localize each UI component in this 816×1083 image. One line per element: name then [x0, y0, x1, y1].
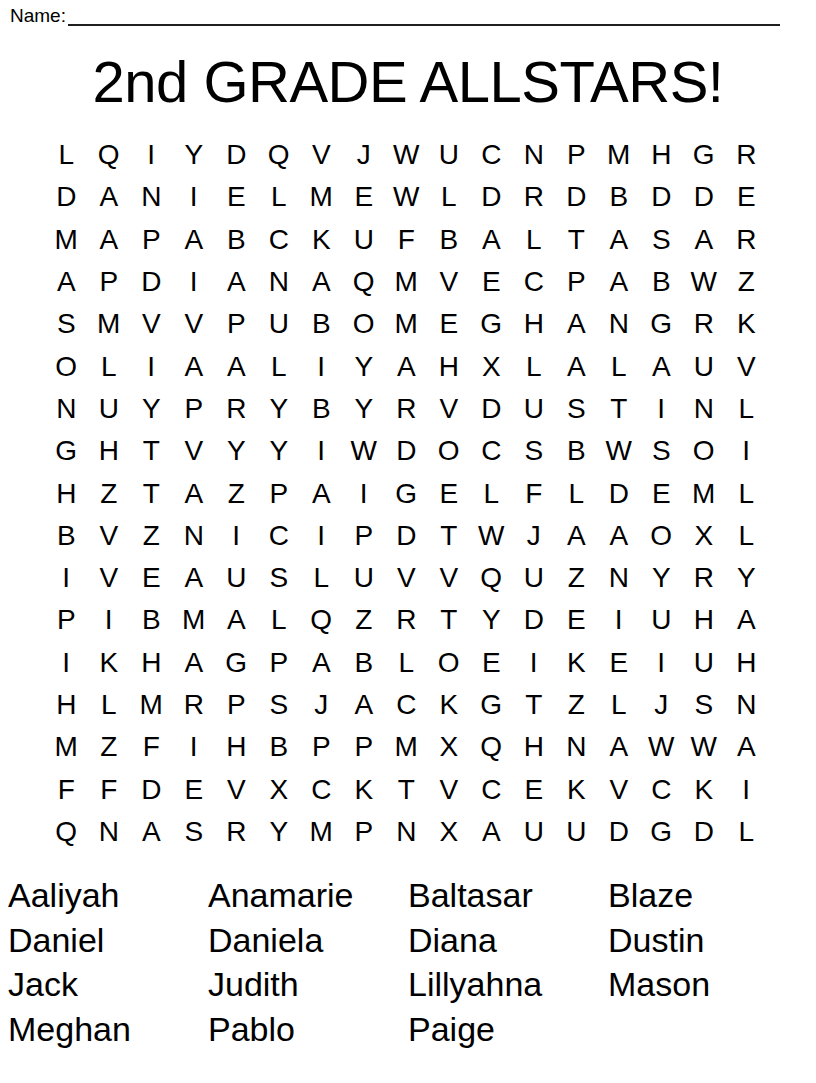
grid-cell-r4c13[interactable]: P: [555, 261, 598, 303]
grid-cell-r2c5[interactable]: E: [215, 176, 258, 218]
grid-cell-r14c12[interactable]: T: [513, 684, 556, 726]
grid-cell-r2c8[interactable]: E: [343, 176, 386, 218]
grid-cell-r1c12[interactable]: N: [513, 134, 556, 176]
grid-cell-r3c12[interactable]: L: [513, 219, 556, 261]
grid-cell-r15c11[interactable]: Q: [470, 726, 513, 768]
grid-cell-r10c17[interactable]: L: [725, 515, 768, 557]
grid-cell-r17c1[interactable]: Q: [45, 811, 88, 853]
grid-cell-r17c9[interactable]: N: [385, 811, 428, 853]
grid-cell-r11c13[interactable]: Z: [555, 557, 598, 599]
grid-cell-r10c16[interactable]: X: [683, 515, 726, 557]
grid-cell-r8c15[interactable]: S: [640, 430, 683, 472]
grid-cell-r11c9[interactable]: V: [385, 557, 428, 599]
grid-cell-r5c12[interactable]: H: [513, 303, 556, 345]
grid-cell-r10c9[interactable]: D: [385, 515, 428, 557]
grid-cell-r4c11[interactable]: E: [470, 261, 513, 303]
grid-cell-r2c2[interactable]: A: [88, 176, 131, 218]
grid-cell-r12c17[interactable]: A: [725, 599, 768, 641]
grid-cell-r16c16[interactable]: K: [683, 768, 726, 810]
grid-cell-r14c14[interactable]: L: [598, 684, 641, 726]
grid-cell-r14c13[interactable]: Z: [555, 684, 598, 726]
grid-cell-r13c4[interactable]: A: [173, 642, 216, 684]
grid-cell-r11c11[interactable]: Q: [470, 557, 513, 599]
grid-cell-r6c17[interactable]: V: [725, 345, 768, 387]
grid-cell-r8c6[interactable]: Y: [258, 430, 301, 472]
grid-cell-r14c6[interactable]: S: [258, 684, 301, 726]
grid-cell-r11c15[interactable]: Y: [640, 557, 683, 599]
grid-cell-r2c10[interactable]: L: [428, 176, 471, 218]
word-list-column-3: BaltasarDianaLillyahnaPaige: [408, 873, 542, 1051]
grid-cell-r8c11[interactable]: C: [470, 430, 513, 472]
grid-cell-r2c1[interactable]: D: [45, 176, 88, 218]
grid-cell-r16c2[interactable]: F: [88, 768, 131, 810]
grid-cell-r8c4[interactable]: V: [173, 430, 216, 472]
grid-cell-r11c17[interactable]: Y: [725, 557, 768, 599]
grid-cell-r17c10[interactable]: X: [428, 811, 471, 853]
grid-cell-r6c3[interactable]: I: [130, 345, 173, 387]
word-search-grid: LQIYDQVJWUCNPMHGRDANIELMEWLDRDBDDEMAPABC…: [45, 134, 768, 853]
grid-cell-r11c4[interactable]: A: [173, 557, 216, 599]
grid-cell-r6c13[interactable]: A: [555, 345, 598, 387]
grid-cell-r1c3[interactable]: I: [130, 134, 173, 176]
grid-cell-r5c17[interactable]: K: [725, 303, 768, 345]
grid-cell-r13c15[interactable]: I: [640, 642, 683, 684]
grid-cell-r5c6[interactable]: U: [258, 303, 301, 345]
grid-cell-r15c4[interactable]: I: [173, 726, 216, 768]
grid-cell-r11c7[interactable]: L: [300, 557, 343, 599]
grid-cell-r13c2[interactable]: K: [88, 642, 131, 684]
grid-cell-r12c12[interactable]: D: [513, 599, 556, 641]
grid-cell-r17c14[interactable]: D: [598, 811, 641, 853]
grid-cell-r3c7[interactable]: K: [300, 219, 343, 261]
grid-cell-r12c9[interactable]: R: [385, 599, 428, 641]
grid-cell-r10c6[interactable]: C: [258, 515, 301, 557]
grid-cell-r8c8[interactable]: W: [343, 430, 386, 472]
grid-cell-r6c6[interactable]: L: [258, 345, 301, 387]
grid-cell-r17c6[interactable]: Y: [258, 811, 301, 853]
grid-cell-r1c6[interactable]: Q: [258, 134, 301, 176]
grid-cell-r2c15[interactable]: D: [640, 176, 683, 218]
grid-cell-r14c16[interactable]: S: [683, 684, 726, 726]
grid-cell-r9c13[interactable]: L: [555, 472, 598, 514]
grid-cell-r13c10[interactable]: O: [428, 642, 471, 684]
word-item: Paige: [408, 1007, 542, 1052]
grid-cell-r7c17[interactable]: L: [725, 388, 768, 430]
grid-cell-r8c14[interactable]: W: [598, 430, 641, 472]
grid-cell-r13c6[interactable]: P: [258, 642, 301, 684]
grid-cell-r15c15[interactable]: W: [640, 726, 683, 768]
grid-cell-r4c8[interactable]: Q: [343, 261, 386, 303]
grid-cell-r16c8[interactable]: K: [343, 768, 386, 810]
grid-cell-r1c5[interactable]: D: [215, 134, 258, 176]
grid-cell-r4c17[interactable]: Z: [725, 261, 768, 303]
grid-cell-r6c11[interactable]: X: [470, 345, 513, 387]
grid-cell-r11c3[interactable]: E: [130, 557, 173, 599]
grid-cell-r9c15[interactable]: E: [640, 472, 683, 514]
grid-cell-r8c7[interactable]: I: [300, 430, 343, 472]
grid-cell-r6c14[interactable]: L: [598, 345, 641, 387]
grid-cell-r9c1[interactable]: H: [45, 472, 88, 514]
grid-cell-r11c8[interactable]: U: [343, 557, 386, 599]
grid-cell-r10c8[interactable]: P: [343, 515, 386, 557]
grid-cell-r10c15[interactable]: O: [640, 515, 683, 557]
grid-cell-r7c6[interactable]: Y: [258, 388, 301, 430]
grid-cell-r15c9[interactable]: M: [385, 726, 428, 768]
grid-cell-r6c2[interactable]: L: [88, 345, 131, 387]
grid-cell-r16c5[interactable]: V: [215, 768, 258, 810]
grid-cell-r10c11[interactable]: W: [470, 515, 513, 557]
name-label: Name:: [10, 5, 66, 27]
grid-cell-r1c11[interactable]: C: [470, 134, 513, 176]
grid-cell-r16c13[interactable]: K: [555, 768, 598, 810]
grid-cell-r7c8[interactable]: Y: [343, 388, 386, 430]
grid-cell-r10c7[interactable]: I: [300, 515, 343, 557]
grid-cell-r7c1[interactable]: N: [45, 388, 88, 430]
grid-cell-r15c12[interactable]: H: [513, 726, 556, 768]
grid-cell-r6c16[interactable]: U: [683, 345, 726, 387]
grid-cell-r13c11[interactable]: E: [470, 642, 513, 684]
grid-cell-r8c1[interactable]: G: [45, 430, 88, 472]
grid-cell-r13c13[interactable]: K: [555, 642, 598, 684]
grid-cell-r12c11[interactable]: Y: [470, 599, 513, 641]
grid-cell-r3c1[interactable]: M: [45, 219, 88, 261]
grid-cell-r15c5[interactable]: H: [215, 726, 258, 768]
grid-cell-r2c13[interactable]: D: [555, 176, 598, 218]
grid-cell-r1c13[interactable]: P: [555, 134, 598, 176]
grid-cell-r5c15[interactable]: G: [640, 303, 683, 345]
grid-cell-r5c5[interactable]: P: [215, 303, 258, 345]
grid-cell-r7c12[interactable]: U: [513, 388, 556, 430]
grid-cell-r14c8[interactable]: A: [343, 684, 386, 726]
grid-cell-r12c7[interactable]: Q: [300, 599, 343, 641]
grid-cell-r15c2[interactable]: Z: [88, 726, 131, 768]
grid-cell-r7c11[interactable]: D: [470, 388, 513, 430]
word-item: Diana: [408, 918, 542, 963]
grid-cell-r16c14[interactable]: V: [598, 768, 641, 810]
grid-cell-r7c9[interactable]: R: [385, 388, 428, 430]
grid-cell-r10c3[interactable]: Z: [130, 515, 173, 557]
grid-cell-r12c16[interactable]: H: [683, 599, 726, 641]
grid-cell-r1c8[interactable]: J: [343, 134, 386, 176]
grid-cell-r11c5[interactable]: U: [215, 557, 258, 599]
grid-cell-r1c16[interactable]: G: [683, 134, 726, 176]
grid-cell-r3c2[interactable]: A: [88, 219, 131, 261]
grid-cell-r14c3[interactable]: M: [130, 684, 173, 726]
grid-cell-r6c9[interactable]: A: [385, 345, 428, 387]
grid-cell-r3c15[interactable]: S: [640, 219, 683, 261]
grid-cell-r2c3[interactable]: N: [130, 176, 173, 218]
grid-cell-r15c10[interactable]: X: [428, 726, 471, 768]
grid-cell-r9c7[interactable]: A: [300, 472, 343, 514]
grid-cell-r12c4[interactable]: M: [173, 599, 216, 641]
grid-cell-r2c12[interactable]: R: [513, 176, 556, 218]
grid-cell-r7c4[interactable]: P: [173, 388, 216, 430]
grid-cell-r17c15[interactable]: G: [640, 811, 683, 853]
grid-cell-r16c12[interactable]: E: [513, 768, 556, 810]
word-item: Blaze: [608, 873, 710, 918]
grid-cell-r6c4[interactable]: A: [173, 345, 216, 387]
grid-cell-r9c10[interactable]: E: [428, 472, 471, 514]
grid-cell-r15c3[interactable]: F: [130, 726, 173, 768]
grid-cell-r2c17[interactable]: E: [725, 176, 768, 218]
grid-cell-r17c5[interactable]: R: [215, 811, 258, 853]
grid-cell-r13c3[interactable]: H: [130, 642, 173, 684]
grid-cell-r1c15[interactable]: H: [640, 134, 683, 176]
grid-cell-r4c6[interactable]: N: [258, 261, 301, 303]
grid-cell-r3c13[interactable]: T: [555, 219, 598, 261]
grid-cell-r12c5[interactable]: A: [215, 599, 258, 641]
grid-cell-r1c9[interactable]: W: [385, 134, 428, 176]
puzzle-title: 2nd GRADE ALLSTARS!: [0, 48, 816, 115]
grid-cell-r11c16[interactable]: R: [683, 557, 726, 599]
grid-cell-r17c13[interactable]: U: [555, 811, 598, 853]
word-item: Dustin: [608, 918, 710, 963]
grid-cell-r10c4[interactable]: N: [173, 515, 216, 557]
grid-cell-r7c7[interactable]: B: [300, 388, 343, 430]
grid-cell-r11c14[interactable]: N: [598, 557, 641, 599]
grid-cell-r14c17[interactable]: N: [725, 684, 768, 726]
grid-cell-r14c10[interactable]: K: [428, 684, 471, 726]
grid-cell-r17c11[interactable]: A: [470, 811, 513, 853]
grid-cell-r12c3[interactable]: B: [130, 599, 173, 641]
grid-cell-r8c3[interactable]: T: [130, 430, 173, 472]
grid-cell-r17c7[interactable]: M: [300, 811, 343, 853]
grid-cell-r2c9[interactable]: W: [385, 176, 428, 218]
grid-cell-r5c7[interactable]: B: [300, 303, 343, 345]
grid-cell-r1c7[interactable]: V: [300, 134, 343, 176]
grid-cell-r16c11[interactable]: C: [470, 768, 513, 810]
grid-cell-r5c8[interactable]: O: [343, 303, 386, 345]
grid-cell-r12c15[interactable]: U: [640, 599, 683, 641]
grid-cell-r11c6[interactable]: S: [258, 557, 301, 599]
grid-cell-r6c10[interactable]: H: [428, 345, 471, 387]
grid-cell-r12c13[interactable]: E: [555, 599, 598, 641]
grid-cell-r17c16[interactable]: D: [683, 811, 726, 853]
grid-cell-r16c1[interactable]: F: [45, 768, 88, 810]
grid-cell-r5c2[interactable]: M: [88, 303, 131, 345]
grid-cell-r4c15[interactable]: B: [640, 261, 683, 303]
grid-cell-r17c3[interactable]: A: [130, 811, 173, 853]
grid-cell-r9c8[interactable]: I: [343, 472, 386, 514]
grid-cell-r3c16[interactable]: A: [683, 219, 726, 261]
grid-cell-r2c16[interactable]: D: [683, 176, 726, 218]
grid-cell-r13c17[interactable]: H: [725, 642, 768, 684]
grid-cell-r17c17[interactable]: L: [725, 811, 768, 853]
grid-cell-r15c17[interactable]: A: [725, 726, 768, 768]
grid-cell-r3c17[interactable]: R: [725, 219, 768, 261]
grid-cell-r17c8[interactable]: P: [343, 811, 386, 853]
grid-cell-r3c8[interactable]: U: [343, 219, 386, 261]
grid-cell-r7c2[interactable]: U: [88, 388, 131, 430]
grid-cell-r17c4[interactable]: S: [173, 811, 216, 853]
grid-cell-r13c8[interactable]: B: [343, 642, 386, 684]
grid-cell-r14c2[interactable]: L: [88, 684, 131, 726]
grid-cell-r16c7[interactable]: C: [300, 768, 343, 810]
grid-cell-r4c7[interactable]: A: [300, 261, 343, 303]
grid-cell-r3c5[interactable]: B: [215, 219, 258, 261]
grid-cell-r10c2[interactable]: V: [88, 515, 131, 557]
grid-cell-r4c9[interactable]: M: [385, 261, 428, 303]
grid-cell-r5c1[interactable]: S: [45, 303, 88, 345]
grid-cell-r4c14[interactable]: A: [598, 261, 641, 303]
name-input-line[interactable]: [68, 0, 780, 26]
grid-cell-r16c9[interactable]: T: [385, 768, 428, 810]
grid-cell-r13c7[interactable]: A: [300, 642, 343, 684]
grid-cell-r9c3[interactable]: T: [130, 472, 173, 514]
grid-cell-r15c1[interactable]: M: [45, 726, 88, 768]
grid-cell-r12c2[interactable]: I: [88, 599, 131, 641]
grid-cell-r10c10[interactable]: T: [428, 515, 471, 557]
grid-cell-r9c11[interactable]: L: [470, 472, 513, 514]
grid-cell-r1c17[interactable]: R: [725, 134, 768, 176]
grid-cell-r9c9[interactable]: G: [385, 472, 428, 514]
grid-cell-r9c2[interactable]: Z: [88, 472, 131, 514]
grid-cell-r13c5[interactable]: G: [215, 642, 258, 684]
grid-cell-r4c10[interactable]: V: [428, 261, 471, 303]
grid-cell-r6c15[interactable]: A: [640, 345, 683, 387]
grid-cell-r14c5[interactable]: P: [215, 684, 258, 726]
grid-cell-r9c5[interactable]: Z: [215, 472, 258, 514]
grid-cell-r14c7[interactable]: J: [300, 684, 343, 726]
grid-cell-r5c4[interactable]: V: [173, 303, 216, 345]
grid-cell-r12c14[interactable]: I: [598, 599, 641, 641]
grid-cell-r13c12[interactable]: I: [513, 642, 556, 684]
grid-cell-r14c4[interactable]: R: [173, 684, 216, 726]
grid-cell-r2c6[interactable]: L: [258, 176, 301, 218]
grid-cell-r3c4[interactable]: A: [173, 219, 216, 261]
grid-cell-r5c16[interactable]: R: [683, 303, 726, 345]
grid-cell-r9c12[interactable]: F: [513, 472, 556, 514]
grid-cell-r1c14[interactable]: M: [598, 134, 641, 176]
grid-cell-r5c11[interactable]: G: [470, 303, 513, 345]
grid-cell-r2c14[interactable]: B: [598, 176, 641, 218]
grid-cell-r10c1[interactable]: B: [45, 515, 88, 557]
grid-cell-r12c1[interactable]: P: [45, 599, 88, 641]
grid-cell-r10c5[interactable]: I: [215, 515, 258, 557]
grid-cell-r16c3[interactable]: D: [130, 768, 173, 810]
grid-cell-r2c7[interactable]: M: [300, 176, 343, 218]
grid-cell-r3c3[interactable]: P: [130, 219, 173, 261]
grid-cell-r8c5[interactable]: Y: [215, 430, 258, 472]
grid-cell-r7c13[interactable]: S: [555, 388, 598, 430]
grid-cell-r8c9[interactable]: D: [385, 430, 428, 472]
grid-cell-r6c1[interactable]: O: [45, 345, 88, 387]
grid-cell-r1c10[interactable]: U: [428, 134, 471, 176]
grid-cell-r16c10[interactable]: V: [428, 768, 471, 810]
grid-cell-r13c1[interactable]: I: [45, 642, 88, 684]
grid-cell-r12c8[interactable]: Z: [343, 599, 386, 641]
grid-cell-r14c1[interactable]: H: [45, 684, 88, 726]
grid-cell-r16c17[interactable]: I: [725, 768, 768, 810]
grid-cell-r7c14[interactable]: T: [598, 388, 641, 430]
grid-cell-r5c13[interactable]: A: [555, 303, 598, 345]
grid-cell-r8c12[interactable]: S: [513, 430, 556, 472]
grid-cell-r9c14[interactable]: D: [598, 472, 641, 514]
grid-cell-r4c1[interactable]: A: [45, 261, 88, 303]
grid-cell-r3c6[interactable]: C: [258, 219, 301, 261]
grid-cell-r4c2[interactable]: P: [88, 261, 131, 303]
grid-cell-r7c15[interactable]: I: [640, 388, 683, 430]
grid-cell-r3c9[interactable]: F: [385, 219, 428, 261]
grid-cell-r14c9[interactable]: C: [385, 684, 428, 726]
grid-cell-r2c11[interactable]: D: [470, 176, 513, 218]
grid-cell-r12c6[interactable]: L: [258, 599, 301, 641]
grid-cell-r4c12[interactable]: C: [513, 261, 556, 303]
grid-cell-r10c14[interactable]: A: [598, 515, 641, 557]
grid-cell-r15c7[interactable]: P: [300, 726, 343, 768]
grid-cell-r7c16[interactable]: N: [683, 388, 726, 430]
grid-cell-r15c14[interactable]: A: [598, 726, 641, 768]
grid-cell-r1c2[interactable]: Q: [88, 134, 131, 176]
grid-cell-r8c13[interactable]: B: [555, 430, 598, 472]
grid-cell-r6c5[interactable]: A: [215, 345, 258, 387]
grid-cell-r16c6[interactable]: X: [258, 768, 301, 810]
grid-cell-r15c6[interactable]: B: [258, 726, 301, 768]
grid-cell-r11c12[interactable]: U: [513, 557, 556, 599]
grid-cell-r6c8[interactable]: Y: [343, 345, 386, 387]
grid-cell-r1c4[interactable]: Y: [173, 134, 216, 176]
grid-cell-r5c3[interactable]: V: [130, 303, 173, 345]
grid-cell-r9c4[interactable]: A: [173, 472, 216, 514]
word-list: AaliyahDanielJackMeghanAnamarieDanielaJu…: [0, 873, 816, 1073]
grid-cell-r9c6[interactable]: P: [258, 472, 301, 514]
grid-cell-r16c15[interactable]: C: [640, 768, 683, 810]
grid-cell-r4c16[interactable]: W: [683, 261, 726, 303]
grid-cell-r7c10[interactable]: V: [428, 388, 471, 430]
grid-cell-r5c14[interactable]: N: [598, 303, 641, 345]
grid-cell-r10c13[interactable]: A: [555, 515, 598, 557]
word-item: Pablo: [208, 1007, 354, 1052]
grid-cell-r17c2[interactable]: N: [88, 811, 131, 853]
grid-cell-r14c11[interactable]: G: [470, 684, 513, 726]
grid-cell-r9c17[interactable]: L: [725, 472, 768, 514]
grid-cell-r3c14[interactable]: A: [598, 219, 641, 261]
grid-cell-r8c10[interactable]: O: [428, 430, 471, 472]
grid-cell-r11c1[interactable]: I: [45, 557, 88, 599]
grid-cell-r15c16[interactable]: W: [683, 726, 726, 768]
grid-cell-r2c4[interactable]: I: [173, 176, 216, 218]
grid-cell-r7c3[interactable]: Y: [130, 388, 173, 430]
grid-cell-r6c12[interactable]: L: [513, 345, 556, 387]
grid-cell-r16c4[interactable]: E: [173, 768, 216, 810]
grid-cell-r15c8[interactable]: P: [343, 726, 386, 768]
grid-cell-r5c9[interactable]: M: [385, 303, 428, 345]
grid-cell-r14c15[interactable]: J: [640, 684, 683, 726]
grid-cell-r8c17[interactable]: I: [725, 430, 768, 472]
grid-cell-r10c12[interactable]: J: [513, 515, 556, 557]
grid-cell-r9c16[interactable]: M: [683, 472, 726, 514]
grid-cell-r11c2[interactable]: V: [88, 557, 131, 599]
grid-cell-r4c4[interactable]: I: [173, 261, 216, 303]
grid-cell-r4c3[interactable]: D: [130, 261, 173, 303]
grid-cell-r1c1[interactable]: L: [45, 134, 88, 176]
grid-cell-r7c5[interactable]: R: [215, 388, 258, 430]
grid-cell-r13c14[interactable]: E: [598, 642, 641, 684]
grid-cell-r6c7[interactable]: I: [300, 345, 343, 387]
grid-cell-r15c13[interactable]: N: [555, 726, 598, 768]
grid-cell-r17c12[interactable]: U: [513, 811, 556, 853]
grid-cell-r4c5[interactable]: A: [215, 261, 258, 303]
grid-cell-r3c10[interactable]: B: [428, 219, 471, 261]
grid-cell-r11c10[interactable]: V: [428, 557, 471, 599]
grid-cell-r8c2[interactable]: H: [88, 430, 131, 472]
grid-cell-r13c9[interactable]: L: [385, 642, 428, 684]
grid-cell-r3c11[interactable]: A: [470, 219, 513, 261]
grid-cell-r5c10[interactable]: E: [428, 303, 471, 345]
grid-cell-r8c16[interactable]: O: [683, 430, 726, 472]
grid-cell-r12c10[interactable]: T: [428, 599, 471, 641]
grid-cell-r13c16[interactable]: U: [683, 642, 726, 684]
